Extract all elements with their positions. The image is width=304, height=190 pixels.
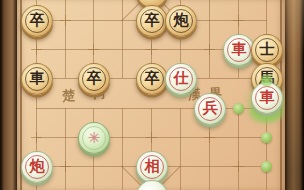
xiangqi-board[interactable]: 楚河 漢界 卒卒炮車士車卒卒仕馬兵車✳炮相 — [17, 0, 285, 190]
legal-move-dot[interactable] — [233, 103, 244, 114]
point-marker — [88, 44, 99, 55]
grid-line-vertical — [122, 108, 123, 190]
point-marker — [204, 132, 215, 143]
xiangqi-game-screenshot: 楚河 漢界 卒卒炮車士車卒卒仕馬兵車✳炮相 — [0, 0, 304, 190]
board-frame-right — [285, 0, 304, 190]
grid-line-vertical — [122, 0, 123, 78]
flower-pattern: ✳ — [88, 131, 101, 146]
piece-red-pawn[interactable]: 兵 — [194, 93, 226, 125]
piece-black-advisor[interactable]: 士 — [251, 34, 283, 66]
point-marker — [60, 161, 71, 172]
point-marker — [233, 15, 244, 26]
piece-black-rook[interactable]: 車 — [21, 63, 53, 95]
point-marker — [204, 44, 215, 55]
grid-line-vertical — [238, 108, 239, 190]
piece-red-elephant[interactable]: 相 — [136, 151, 168, 183]
point-marker — [60, 15, 71, 26]
point-marker — [146, 44, 157, 55]
grid-line-vertical — [180, 108, 181, 190]
piece-face-down-piece[interactable]: ✳ — [78, 122, 110, 154]
piece-black-pawn[interactable]: 卒 — [136, 63, 168, 95]
piece-black-pawn[interactable]: 卒 — [136, 5, 168, 37]
grid-line-vertical — [209, 0, 210, 78]
grid-line-vertical — [65, 108, 66, 190]
legal-move-dot[interactable] — [261, 161, 272, 172]
piece-black-cannon[interactable]: 炮 — [165, 5, 197, 37]
capture-hint-dot[interactable] — [260, 74, 273, 87]
point-marker — [146, 132, 157, 143]
point-marker — [233, 161, 244, 172]
piece-black-pawn[interactable]: 卒 — [78, 63, 110, 95]
grid-line-horizontal — [36, 108, 267, 109]
piece-black-pawn[interactable]: 卒 — [21, 5, 53, 37]
piece-red-advisor[interactable]: 仕 — [165, 63, 197, 95]
legal-move-dot[interactable] — [261, 132, 272, 143]
point-marker — [31, 44, 42, 55]
point-marker — [31, 132, 42, 143]
board-frame-left — [0, 0, 17, 190]
piece-red-cannon[interactable]: 炮 — [21, 151, 53, 183]
grid-line-vertical — [65, 0, 66, 78]
